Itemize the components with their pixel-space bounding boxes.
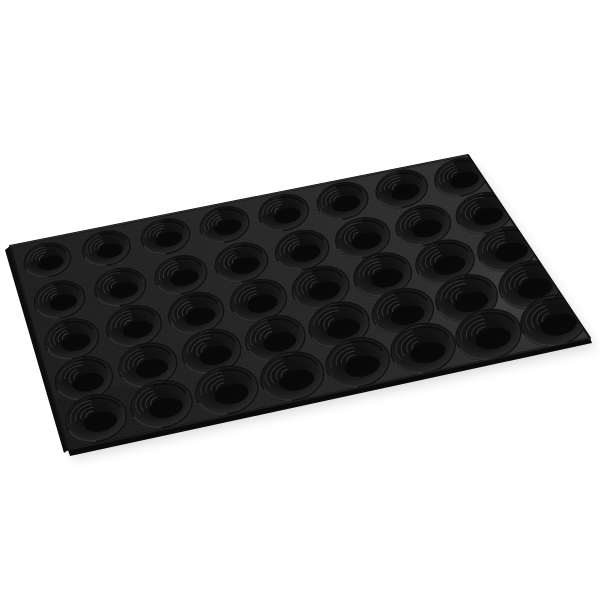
product-photo [0,0,600,600]
baking-mold-render [0,0,600,600]
mold-illustration [0,0,600,600]
